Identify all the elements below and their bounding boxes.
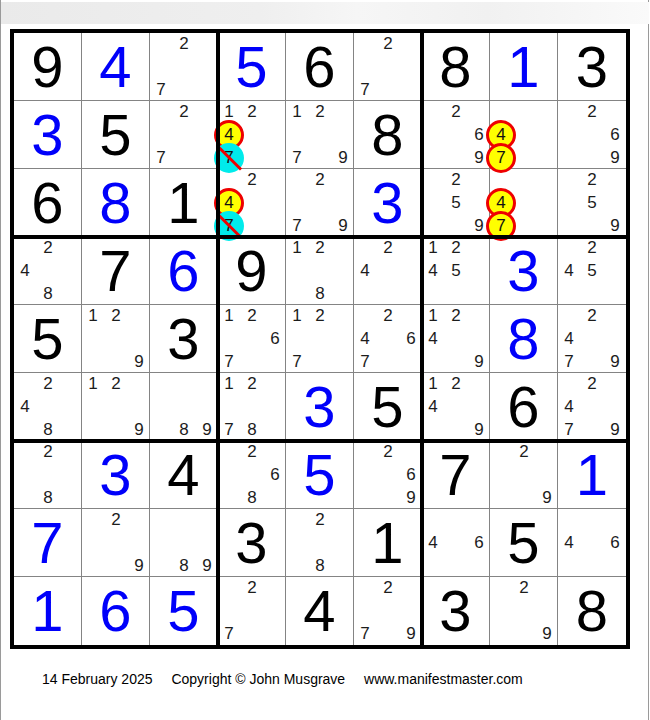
cell-r9c6[interactable]: 279 [354,577,422,645]
candidate-4: 4 [14,260,36,282]
candidate-6: 6 [400,328,422,350]
cell-r1c9[interactable]: 3 [558,33,626,101]
cell-r1c6[interactable]: 27 [354,33,422,101]
cell-r2c3[interactable]: 27 [150,101,218,169]
cell-r7c7[interactable]: 7 [422,441,490,509]
candidate-7: 7 [218,351,240,373]
candidate-1: 1 [218,373,240,395]
candidate-2: 2 [581,169,603,191]
cell-r6c9[interactable]: 2479 [558,373,626,441]
candidate-2: 2 [37,237,59,259]
candidate-2: 2 [309,237,331,259]
given-digit: 5 [82,101,149,168]
candidate-8: 8 [309,555,331,577]
entered-digit: 3 [490,237,557,304]
sudoku-grid: 9427562781335271247127982694726968124727… [14,33,626,645]
cell-r5c9[interactable]: 2479 [558,305,626,373]
candidate-6: 6 [468,532,490,554]
candidate-7: 7 [286,351,308,373]
cell-r5c8[interactable]: 8 [490,305,558,373]
cell-r2c2[interactable]: 5 [82,101,150,169]
candidate-9: 9 [400,623,422,645]
given-digit: 8 [354,101,421,168]
cell-r9c8[interactable]: 29 [490,577,558,645]
candidate-8: 8 [37,283,59,305]
candidate-4: 4 [558,328,580,350]
entered-digit: 6 [82,577,149,645]
candidate-2: 2 [377,33,399,55]
cell-r8c6[interactable]: 1 [354,509,422,577]
candidate-8: 8 [241,419,263,441]
candidate-1: 1 [218,305,240,327]
candidate-4: 4 [558,260,580,282]
candidate-4: 4 [14,396,36,418]
candidate-2: 2 [445,101,467,123]
given-digit: 8 [558,577,626,645]
candidate-9: 9 [128,351,150,373]
entered-digit: 3 [354,169,421,236]
cell-r9c1[interactable]: 1 [14,577,82,645]
candidate-2: 2 [581,101,603,123]
cell-r5c2[interactable]: 129 [82,305,150,373]
candidate-1: 1 [422,373,444,395]
cell-r2c5[interactable]: 1279 [286,101,354,169]
candidate-7: 7 [354,351,376,373]
entered-digit: 1 [558,441,626,508]
cell-r3c6[interactable]: 3 [354,169,422,237]
candidate-1: 1 [286,305,308,327]
candidate-2: 2 [445,237,467,259]
candidate-2: 2 [37,373,59,395]
candidate-7: 7 [150,147,172,169]
entered-digit: 1 [490,33,557,100]
cell-r1c5[interactable]: 6 [286,33,354,101]
cell-r8c7[interactable]: 46 [422,509,490,577]
cell-r9c3[interactable]: 5 [150,577,218,645]
candidate-2: 2 [309,305,331,327]
cell-r8c5[interactable]: 28 [286,509,354,577]
footer-date: 14 February 2025 [42,671,153,687]
candidate-6: 6 [604,532,626,554]
candidate-2: 2 [309,509,331,531]
cell-r2c7[interactable]: 269 [422,101,490,169]
cell-r2c6[interactable]: 8 [354,101,422,169]
candidate-2: 2 [377,577,399,599]
candidate-8: 8 [37,419,59,441]
cell-r1c3[interactable]: 27 [150,33,218,101]
candidate-2: 2 [241,373,263,395]
candidate-2: 2 [241,577,263,599]
candidate-2: 2 [513,577,535,599]
cell-r6c1[interactable]: 248 [14,373,82,441]
entered-digit: 8 [82,169,149,236]
top-toolbar-strip [1,2,649,24]
cell-r6c8[interactable]: 6 [490,373,558,441]
candidate-2: 2 [241,169,263,191]
cell-r4c3[interactable]: 6 [150,237,218,305]
candidate-8: 8 [173,555,195,577]
cell-r8c1[interactable]: 7 [14,509,82,577]
candidate-4: 4 [422,396,444,418]
given-digit: 5 [14,305,81,372]
given-digit: 5 [490,509,557,576]
sudoku-board: 9427562781335271247127982694726968124727… [10,29,630,649]
candidate-7: 7 [150,79,172,101]
candidate-2: 2 [37,441,59,463]
candidate-9: 9 [604,147,626,169]
candidate-4: 4 [422,328,444,350]
cell-r6c6[interactable]: 5 [354,373,422,441]
candidate-9: 9 [128,555,150,577]
candidate-4: 4 [354,328,376,350]
candidate-6: 6 [400,464,422,486]
candidate-1: 1 [422,237,444,259]
candidate-9: 9 [604,215,626,237]
candidate-5: 5 [581,192,603,214]
window-left-edge [0,0,1,720]
entered-digit: 5 [286,441,353,508]
cell-r5c1[interactable]: 5 [14,305,82,373]
cell-r9c4[interactable]: 27 [218,577,286,645]
given-digit: 3 [422,577,489,645]
candidate-4: 4 [422,260,444,282]
cell-r4c1[interactable]: 248 [14,237,82,305]
candidate-2: 2 [377,237,399,259]
cell-r3c3[interactable]: 1 [150,169,218,237]
candidate-2: 2 [309,101,331,123]
cell-r1c4[interactable]: 5 [218,33,286,101]
candidate-4: 4 [422,532,444,554]
cell-r7c2[interactable]: 3 [82,441,150,509]
given-digit: 4 [150,441,217,508]
cell-r5c3[interactable]: 3 [150,305,218,373]
candidate-2: 2 [105,305,127,327]
entered-digit: 8 [490,305,557,372]
cell-r8c4[interactable]: 3 [218,509,286,577]
cell-r7c9[interactable]: 1 [558,441,626,509]
candidate-8: 8 [241,487,263,509]
cell-r1c1[interactable]: 9 [14,33,82,101]
cell-r4c6[interactable]: 24 [354,237,422,305]
cell-r5c7[interactable]: 1249 [422,305,490,373]
footer: 14 February 2025 Copyright © John Musgra… [42,671,523,687]
candidate-8: 8 [173,419,195,441]
candidate-9: 9 [536,487,558,509]
given-digit: 6 [286,33,353,100]
given-digit: 4 [286,577,353,645]
cell-r4c5[interactable]: 128 [286,237,354,305]
cell-r9c7[interactable]: 3 [422,577,490,645]
candidate-6: 6 [264,328,286,350]
cell-r7c6[interactable]: 269 [354,441,422,509]
candidate-9: 9 [468,351,490,373]
cell-r2c1[interactable]: 3 [14,101,82,169]
candidate-2: 2 [513,441,535,463]
cell-r8c2[interactable]: 29 [82,509,150,577]
cell-r9c9[interactable]: 8 [558,577,626,645]
candidate-4: 4 [558,396,580,418]
candidate-2: 2 [377,305,399,327]
candidate-1: 1 [286,237,308,259]
cell-r4c8[interactable]: 3 [490,237,558,305]
candidate-2: 2 [445,373,467,395]
cell-r7c5[interactable]: 5 [286,441,354,509]
candidate-2: 2 [241,101,263,123]
cell-r6c5[interactable]: 3 [286,373,354,441]
window-right-edge [648,0,649,720]
cell-r3c2[interactable]: 8 [82,169,150,237]
candidate-5: 5 [445,192,467,214]
cell-r7c8[interactable]: 29 [490,441,558,509]
cell-r9c5[interactable]: 4 [286,577,354,645]
given-digit: 8 [422,33,489,100]
cell-r3c4[interactable]: 247 [218,169,286,237]
given-digit: 3 [218,509,285,576]
candidate-9: 9 [604,419,626,441]
cell-r1c2[interactable]: 4 [82,33,150,101]
entered-digit: 3 [14,101,81,168]
cell-r5c6[interactable]: 2467 [354,305,422,373]
candidate-7: 7 [354,79,376,101]
cell-r4c7[interactable]: 1245 [422,237,490,305]
candidate-4: 4 [354,260,376,282]
given-digit: 7 [82,237,149,304]
cell-r1c7[interactable]: 8 [422,33,490,101]
cell-r2c4[interactable]: 1247 [218,101,286,169]
candidate-7-highlighted: 7 [486,143,516,173]
cell-r3c5[interactable]: 279 [286,169,354,237]
cell-r8c3[interactable]: 89 [150,509,218,577]
candidate-9: 9 [128,419,150,441]
cell-r3c8[interactable]: 47 [490,169,558,237]
candidate-2: 2 [309,169,331,191]
entered-digit: 7 [14,509,81,576]
given-digit: 6 [490,373,557,440]
given-digit: 7 [422,441,489,508]
candidate-7: 7 [558,419,580,441]
candidate-7: 7 [218,419,240,441]
footer-website: www.manifestmaster.com [364,671,523,687]
cell-r2c9[interactable]: 269 [558,101,626,169]
candidate-9: 9 [332,147,354,169]
candidate-2: 2 [445,305,467,327]
given-digit: 6 [14,169,81,236]
candidate-9: 9 [536,623,558,645]
candidate-5: 5 [581,260,603,282]
cell-r3c9[interactable]: 259 [558,169,626,237]
candidate-6: 6 [604,124,626,146]
entered-digit: 4 [82,33,149,100]
candidate-7-highlighted: 7 [486,211,516,241]
candidate-1: 1 [82,305,104,327]
candidate-9: 9 [196,555,218,577]
cell-r8c8[interactable]: 5 [490,509,558,577]
candidate-7: 7 [354,623,376,645]
candidate-2: 2 [173,33,195,55]
entered-digit: 1 [14,577,81,645]
candidate-6: 6 [264,464,286,486]
cell-r6c3[interactable]: 89 [150,373,218,441]
candidate-9: 9 [468,419,490,441]
cell-r7c4[interactable]: 268 [218,441,286,509]
candidate-1: 1 [422,305,444,327]
candidate-2: 2 [581,237,603,259]
candidate-2: 2 [105,509,127,531]
given-digit: 1 [150,169,217,236]
candidate-8: 8 [309,283,331,305]
given-digit: 5 [354,373,421,440]
cell-r5c5[interactable]: 127 [286,305,354,373]
cell-r6c7[interactable]: 1249 [422,373,490,441]
candidate-7: 7 [286,215,308,237]
candidate-7: 7 [558,351,580,373]
candidate-2: 2 [377,441,399,463]
candidate-7-eliminated: 7 [214,143,244,173]
candidate-1: 1 [82,373,104,395]
footer-copyright: Copyright © John Musgrave [171,671,345,687]
given-digit: 3 [150,305,217,372]
candidate-2: 2 [581,373,603,395]
cell-r2c8[interactable]: 47 [490,101,558,169]
cell-r4c9[interactable]: 245 [558,237,626,305]
candidate-5: 5 [445,260,467,282]
candidate-2: 2 [241,441,263,463]
candidate-9: 9 [604,351,626,373]
candidate-9: 9 [332,215,354,237]
candidate-7: 7 [218,623,240,645]
candidate-9: 9 [400,487,422,509]
cell-r6c2[interactable]: 129 [82,373,150,441]
cell-r4c2[interactable]: 7 [82,237,150,305]
candidate-4: 4 [558,532,580,554]
candidate-7: 7 [286,147,308,169]
cell-r4c4[interactable]: 9 [218,237,286,305]
cell-r1c8[interactable]: 1 [490,33,558,101]
candidate-2: 2 [241,305,263,327]
candidate-2: 2 [173,101,195,123]
candidate-1: 1 [286,101,308,123]
entered-digit: 3 [82,441,149,508]
entered-digit: 6 [150,237,217,304]
cell-r9c2[interactable]: 6 [82,577,150,645]
cell-r3c1[interactable]: 6 [14,169,82,237]
cell-r8c9[interactable]: 46 [558,509,626,577]
candidate-2: 2 [445,169,467,191]
given-digit: 9 [218,237,285,304]
candidate-2: 2 [105,373,127,395]
cell-r7c1[interactable]: 28 [14,441,82,509]
cell-r7c3[interactable]: 4 [150,441,218,509]
given-digit: 9 [14,33,81,100]
entered-digit: 3 [286,373,353,440]
cell-r6c4[interactable]: 1278 [218,373,286,441]
entered-digit: 5 [218,33,285,100]
given-digit: 3 [558,33,626,100]
candidate-7-eliminated: 7 [214,211,244,241]
cell-r5c4[interactable]: 1267 [218,305,286,373]
candidate-2: 2 [581,305,603,327]
given-digit: 1 [354,509,421,576]
entered-digit: 5 [150,577,217,645]
candidate-8: 8 [37,487,59,509]
cell-r3c7[interactable]: 259 [422,169,490,237]
candidate-9: 9 [196,419,218,441]
